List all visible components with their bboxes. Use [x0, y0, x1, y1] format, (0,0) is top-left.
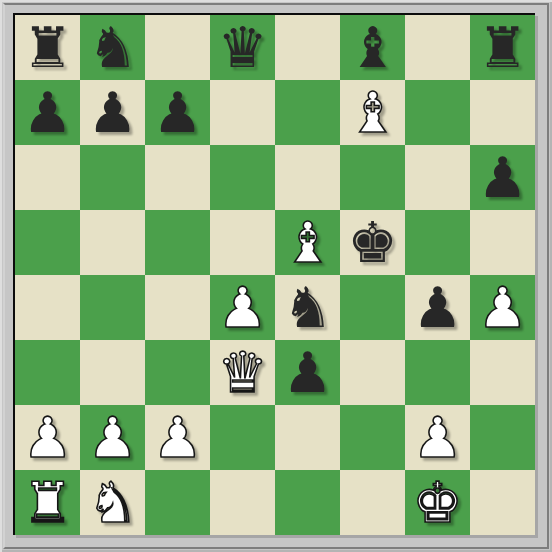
square-a1[interactable]: ♜ — [15, 470, 80, 535]
square-a3[interactable] — [15, 340, 80, 405]
square-h6[interactable]: ♟ — [470, 145, 535, 210]
square-d8[interactable]: ♛ — [210, 15, 275, 80]
square-g2[interactable]: ♟ — [405, 405, 470, 470]
black-pawn[interactable]: ♟ — [87, 80, 137, 145]
square-f1[interactable] — [340, 470, 405, 535]
black-pawn[interactable]: ♟ — [22, 80, 72, 145]
square-a4[interactable] — [15, 275, 80, 340]
white-queen[interactable]: ♛ — [217, 340, 267, 405]
square-h7[interactable] — [470, 80, 535, 145]
square-e3[interactable]: ♟ — [275, 340, 340, 405]
square-b6[interactable] — [80, 145, 145, 210]
square-b2[interactable]: ♟ — [80, 405, 145, 470]
square-g7[interactable] — [405, 80, 470, 145]
black-knight[interactable]: ♞ — [87, 15, 137, 80]
square-c5[interactable] — [145, 210, 210, 275]
square-d4[interactable]: ♟ — [210, 275, 275, 340]
chess-board-frame: ♜♞♛♝♜♟♟♟♝♟♝♚♟♞♟♟♛♟♟♟♟♟♜♞♚ — [0, 0, 552, 552]
square-e7[interactable] — [275, 80, 340, 145]
square-e2[interactable] — [275, 405, 340, 470]
black-pawn[interactable]: ♟ — [477, 145, 527, 210]
square-h3[interactable] — [470, 340, 535, 405]
square-f6[interactable] — [340, 145, 405, 210]
square-f3[interactable] — [340, 340, 405, 405]
square-h1[interactable] — [470, 470, 535, 535]
square-c7[interactable]: ♟ — [145, 80, 210, 145]
square-c2[interactable]: ♟ — [145, 405, 210, 470]
chess-board: ♜♞♛♝♜♟♟♟♝♟♝♚♟♞♟♟♛♟♟♟♟♟♜♞♚ — [13, 13, 535, 535]
black-rook[interactable]: ♜ — [477, 15, 527, 80]
black-bishop[interactable]: ♝ — [347, 15, 397, 80]
white-pawn[interactable]: ♟ — [87, 405, 137, 470]
square-e8[interactable] — [275, 15, 340, 80]
white-knight[interactable]: ♞ — [87, 470, 137, 535]
black-knight[interactable]: ♞ — [282, 275, 332, 340]
square-b7[interactable]: ♟ — [80, 80, 145, 145]
square-g8[interactable] — [405, 15, 470, 80]
square-f7[interactable]: ♝ — [340, 80, 405, 145]
square-g5[interactable] — [405, 210, 470, 275]
white-bishop[interactable]: ♝ — [347, 80, 397, 145]
white-rook[interactable]: ♜ — [22, 470, 72, 535]
square-b3[interactable] — [80, 340, 145, 405]
square-d2[interactable] — [210, 405, 275, 470]
white-pawn[interactable]: ♟ — [217, 275, 267, 340]
square-d3[interactable]: ♛ — [210, 340, 275, 405]
square-a6[interactable] — [15, 145, 80, 210]
square-g4[interactable]: ♟ — [405, 275, 470, 340]
square-f5[interactable]: ♚ — [340, 210, 405, 275]
square-h2[interactable] — [470, 405, 535, 470]
square-c4[interactable] — [145, 275, 210, 340]
white-bishop[interactable]: ♝ — [282, 210, 332, 275]
square-g3[interactable] — [405, 340, 470, 405]
white-pawn[interactable]: ♟ — [152, 405, 202, 470]
square-b8[interactable]: ♞ — [80, 15, 145, 80]
square-e5[interactable]: ♝ — [275, 210, 340, 275]
square-d1[interactable] — [210, 470, 275, 535]
square-h5[interactable] — [470, 210, 535, 275]
square-a2[interactable]: ♟ — [15, 405, 80, 470]
white-king[interactable]: ♚ — [412, 470, 462, 535]
square-a7[interactable]: ♟ — [15, 80, 80, 145]
square-c6[interactable] — [145, 145, 210, 210]
square-c8[interactable] — [145, 15, 210, 80]
black-pawn[interactable]: ♟ — [412, 275, 462, 340]
square-f8[interactable]: ♝ — [340, 15, 405, 80]
white-pawn[interactable]: ♟ — [412, 405, 462, 470]
square-a8[interactable]: ♜ — [15, 15, 80, 80]
black-king[interactable]: ♚ — [347, 210, 397, 275]
black-queen[interactable]: ♛ — [217, 15, 267, 80]
square-g1[interactable]: ♚ — [405, 470, 470, 535]
square-d6[interactable] — [210, 145, 275, 210]
square-b4[interactable] — [80, 275, 145, 340]
black-pawn[interactable]: ♟ — [152, 80, 202, 145]
square-h4[interactable]: ♟ — [470, 275, 535, 340]
square-f2[interactable] — [340, 405, 405, 470]
black-rook[interactable]: ♜ — [22, 15, 72, 80]
square-h8[interactable]: ♜ — [470, 15, 535, 80]
square-b5[interactable] — [80, 210, 145, 275]
square-c3[interactable] — [145, 340, 210, 405]
white-pawn[interactable]: ♟ — [477, 275, 527, 340]
square-c1[interactable] — [145, 470, 210, 535]
square-g6[interactable] — [405, 145, 470, 210]
square-b1[interactable]: ♞ — [80, 470, 145, 535]
square-a5[interactable] — [15, 210, 80, 275]
square-d7[interactable] — [210, 80, 275, 145]
square-f4[interactable] — [340, 275, 405, 340]
square-e4[interactable]: ♞ — [275, 275, 340, 340]
black-pawn[interactable]: ♟ — [282, 340, 332, 405]
square-d5[interactable] — [210, 210, 275, 275]
square-e6[interactable] — [275, 145, 340, 210]
square-e1[interactable] — [275, 470, 340, 535]
white-pawn[interactable]: ♟ — [22, 405, 72, 470]
